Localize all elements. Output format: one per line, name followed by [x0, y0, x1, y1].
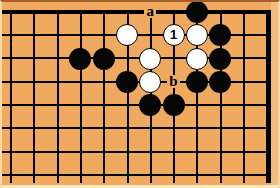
white-stone [186, 24, 208, 46]
black-stone [186, 1, 208, 23]
black-stone [209, 48, 231, 70]
board-point [115, 70, 138, 93]
white-stone [186, 48, 208, 70]
board-point [115, 24, 138, 47]
board-point [139, 47, 162, 70]
black-stone [186, 71, 208, 93]
black-stone [163, 94, 185, 116]
board-point: a [139, 0, 162, 23]
white-stone [139, 48, 161, 70]
black-stone [209, 24, 231, 46]
white-stone [116, 24, 138, 46]
black-stone [139, 94, 161, 116]
board-point [92, 47, 115, 70]
black-stone [209, 71, 231, 93]
board-points-grid: a1b [0, 0, 278, 186]
board-point: 1 [162, 24, 185, 47]
go-board-diagram: a1b [0, 0, 280, 188]
board-point [185, 24, 208, 47]
black-stone [116, 71, 138, 93]
board-point [208, 24, 231, 47]
black-stone [69, 48, 91, 70]
white-stone [139, 71, 161, 93]
move-number-label: 1 [170, 27, 177, 42]
white-stone-move-1: 1 [163, 24, 185, 46]
board-point: b [162, 70, 185, 93]
board-point [185, 0, 208, 23]
black-stone [93, 48, 115, 70]
board-point [162, 94, 185, 117]
board-point [139, 70, 162, 93]
board-point [69, 47, 92, 70]
go-board: a1b [2, 2, 278, 185]
board-point [185, 70, 208, 93]
board-point [139, 94, 162, 117]
board-point [208, 47, 231, 70]
board-point [208, 70, 231, 93]
board-point [185, 47, 208, 70]
point-label-a: a [144, 5, 156, 18]
point-label-b: b [167, 75, 179, 88]
